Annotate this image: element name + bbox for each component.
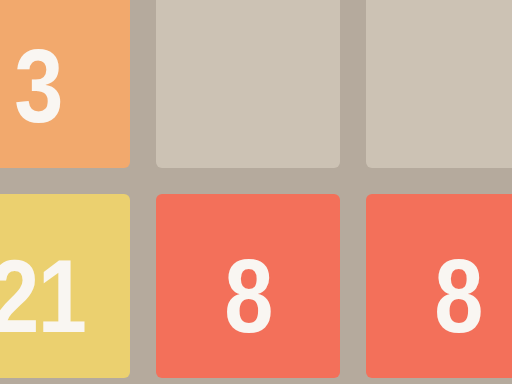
2048-board[interactable]: 3 21 8 8 [0, 0, 512, 378]
tile-number: 8 [434, 244, 481, 348]
empty-cell [366, 0, 512, 168]
game-screen: 3 21 8 8 [0, 0, 512, 384]
tile-number: 21 [0, 244, 85, 348]
tile-8: 8 [366, 194, 512, 378]
tile-number: 8 [224, 244, 271, 348]
tile-number: 3 [14, 34, 61, 138]
tile-21: 21 [0, 194, 130, 378]
tile-3: 3 [0, 0, 130, 168]
empty-cell [156, 0, 340, 168]
tile-8: 8 [156, 194, 340, 378]
